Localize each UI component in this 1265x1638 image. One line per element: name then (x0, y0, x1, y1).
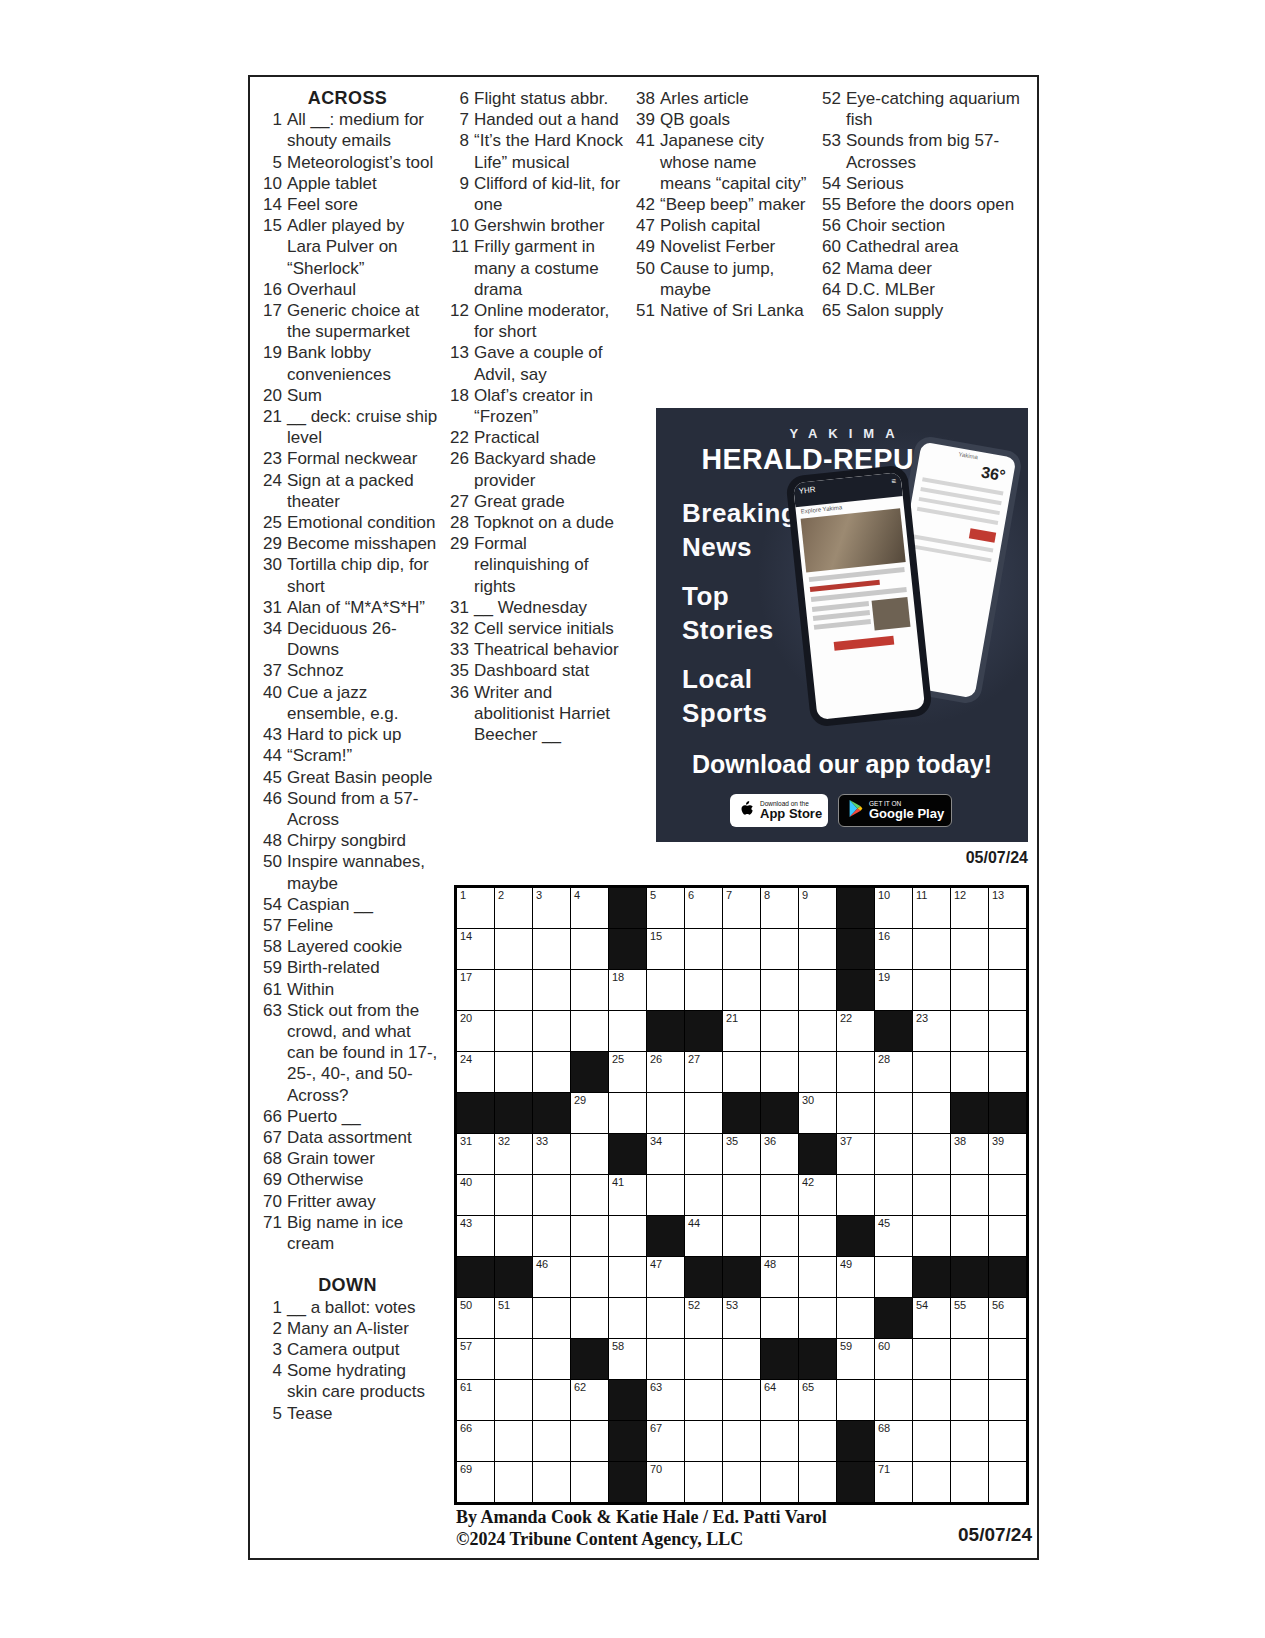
grid-cell-r15c6[interactable]: 70 (647, 1462, 684, 1502)
grid-cell-r5c8[interactable] (723, 1052, 760, 1092)
grid-cell-r12c12[interactable]: 60 (875, 1339, 912, 1379)
grid-cell-r8c14[interactable] (951, 1175, 988, 1215)
grid-cell-r10c11[interactable]: 49 (837, 1257, 874, 1297)
grid-cell-r15c13[interactable] (913, 1462, 950, 1502)
clue-number: 45 (255, 767, 287, 788)
grid-cell-r12c15[interactable] (989, 1339, 1026, 1379)
grid-cell-r7c15[interactable]: 39 (989, 1134, 1026, 1174)
grid-cell-r8c5[interactable]: 41 (609, 1175, 646, 1215)
cell-number: 71 (878, 1463, 890, 1475)
grid-cell-r8c4[interactable] (571, 1175, 608, 1215)
clue-item-23: 23Formal neckwear (255, 448, 440, 469)
grid-cell-r7c4[interactable] (571, 1134, 608, 1174)
grid-cell-r9c9[interactable] (761, 1216, 798, 1256)
grid-cell-r13c9[interactable]: 64 (761, 1380, 798, 1420)
grid-cell-r9c12[interactable]: 45 (875, 1216, 912, 1256)
clue-number: 42 (628, 194, 660, 215)
grid-cell-r10c4[interactable] (571, 1257, 608, 1297)
grid-cell-r9c10[interactable] (799, 1216, 836, 1256)
grid-cell-r3c7[interactable] (685, 970, 722, 1010)
grid-cell-r2c4[interactable] (571, 929, 608, 969)
grid-cell-r14c1[interactable]: 66 (457, 1421, 494, 1461)
grid-cell-r2c12[interactable]: 16 (875, 929, 912, 969)
grid-cell-r10c5[interactable] (609, 1257, 646, 1297)
grid-cell-r8c1[interactable]: 40 (457, 1175, 494, 1215)
clue-number: 21 (255, 406, 287, 448)
grid-cell-r5c13[interactable] (913, 1052, 950, 1092)
grid-cell-r7c11[interactable]: 37 (837, 1134, 874, 1174)
grid-cell-r11c15[interactable]: 56 (989, 1298, 1026, 1338)
block-cell-r12c4 (571, 1339, 608, 1379)
clue-text: Data assortment (287, 1127, 440, 1148)
grid-cell-r6c11[interactable] (837, 1093, 874, 1133)
cell-number: 4 (574, 889, 580, 901)
grid-cell-r14c10[interactable] (799, 1421, 836, 1461)
clue-number: 34 (255, 618, 287, 660)
grid-cell-r2c14[interactable] (951, 929, 988, 969)
clue-item-28: 28Topknot on a dude (442, 512, 627, 533)
clue-text: Hard to pick up (287, 724, 440, 745)
clue-item-2: 2Many an A-lister (255, 1318, 440, 1339)
grid-cell-r3c6[interactable] (647, 970, 684, 1010)
cell-number: 52 (688, 1299, 700, 1311)
clue-item-44: 44“Scram!” (255, 745, 440, 766)
clue-item-10: 10Apple tablet (255, 173, 440, 194)
ad-kicker-yakima: YAKIMA (656, 426, 1028, 441)
clue-number: 62 (814, 258, 846, 279)
grid-cell-r14c7[interactable] (685, 1421, 722, 1461)
grid-cell-r5c14[interactable] (951, 1052, 988, 1092)
grid-cell-r4c15[interactable] (989, 1011, 1026, 1051)
grid-cell-r4c11[interactable]: 22 (837, 1011, 874, 1051)
grid-cell-r15c10[interactable] (799, 1462, 836, 1502)
cell-number: 22 (840, 1012, 852, 1024)
grid-cell-r1c7[interactable]: 6 (685, 888, 722, 928)
clue-number: 15 (255, 215, 287, 279)
grid-cell-r1c10[interactable]: 9 (799, 888, 836, 928)
grid-cell-r15c14[interactable] (951, 1462, 988, 1502)
grid-cell-r2c15[interactable] (989, 929, 1026, 969)
grid-cell-r3c14[interactable] (951, 970, 988, 1010)
grid-cell-r5c1[interactable]: 24 (457, 1052, 494, 1092)
clue-text: Writer and abolitionist Harriet Beecher … (474, 682, 627, 746)
grid-cell-r8c2[interactable] (495, 1175, 532, 1215)
clue-item-54: 54Caspian __ (255, 894, 440, 915)
grid-cell-r14c9[interactable] (761, 1421, 798, 1461)
grid-cell-r9c8[interactable] (723, 1216, 760, 1256)
grid-cell-r8c15[interactable] (989, 1175, 1026, 1215)
clue-number: 27 (442, 491, 474, 512)
clue-number: 17 (255, 300, 287, 342)
grid-cell-r1c3[interactable]: 3 (533, 888, 570, 928)
grid-cell-r12c11[interactable]: 59 (837, 1339, 874, 1379)
grid-cell-r1c9[interactable]: 8 (761, 888, 798, 928)
grid-cell-r14c12[interactable]: 68 (875, 1421, 912, 1461)
grid-cell-r3c1[interactable]: 17 (457, 970, 494, 1010)
grid-cell-r4c13[interactable]: 23 (913, 1011, 950, 1051)
grid-cell-r1c12[interactable]: 10 (875, 888, 912, 928)
grid-cell-r7c6[interactable]: 34 (647, 1134, 684, 1174)
grid-cell-r13c6[interactable]: 63 (647, 1380, 684, 1420)
grid-cell-r15c1[interactable]: 69 (457, 1462, 494, 1502)
grid-cell-r1c4[interactable]: 4 (571, 888, 608, 928)
block-cell-r4c6 (647, 1011, 684, 1051)
grid-cell-r3c12[interactable]: 19 (875, 970, 912, 1010)
clue-text: Choir section (846, 215, 1020, 236)
clue-item-67: 67Data assortment (255, 1127, 440, 1148)
grid-cell-r14c3[interactable] (533, 1421, 570, 1461)
grid-cell-r1c2[interactable]: 2 (495, 888, 532, 928)
clue-item-61: 61Within (255, 979, 440, 1000)
grid-cell-r3c10[interactable] (799, 970, 836, 1010)
block-cell-r10c1 (457, 1257, 494, 1297)
grid-cell-r1c1[interactable]: 1 (457, 888, 494, 928)
grid-cell-r11c11[interactable] (837, 1298, 874, 1338)
grid-cell-r5c7[interactable]: 27 (685, 1052, 722, 1092)
clue-item-56: 56Choir section (814, 215, 1020, 236)
grid-cell-r11c3[interactable] (533, 1298, 570, 1338)
grid-cell-r8c6[interactable] (647, 1175, 684, 1215)
cell-number: 38 (954, 1135, 966, 1147)
cell-number: 41 (612, 1176, 624, 1188)
grid-cell-r15c4[interactable] (571, 1462, 608, 1502)
grid-cell-r5c6[interactable]: 26 (647, 1052, 684, 1092)
grid-cell-r10c12[interactable] (875, 1257, 912, 1297)
grid-cell-r12c13[interactable] (913, 1339, 950, 1379)
grid-cell-r14c6[interactable]: 67 (647, 1421, 684, 1461)
clue-text: Cell service initials (474, 618, 627, 639)
grid-cell-r11c7[interactable]: 52 (685, 1298, 722, 1338)
grid-cell-r15c8[interactable] (723, 1462, 760, 1502)
grid-cell-r9c4[interactable] (571, 1216, 608, 1256)
grid-cell-r13c12[interactable] (875, 1380, 912, 1420)
grid-cell-r7c2[interactable]: 32 (495, 1134, 532, 1174)
grid-cell-r8c10[interactable]: 42 (799, 1175, 836, 1215)
grid-cell-r8c12[interactable] (875, 1175, 912, 1215)
grid-cell-r9c2[interactable] (495, 1216, 532, 1256)
cell-number: 8 (764, 889, 770, 901)
clue-number: 2 (255, 1318, 287, 1339)
crossword-grid: 1234567891011121314151617181920212223242… (454, 885, 1029, 1505)
clue-number: 61 (255, 979, 287, 1000)
block-cell-r15c5 (609, 1462, 646, 1502)
grid-cell-r4c14[interactable] (951, 1011, 988, 1051)
clue-text: Chirpy songbird (287, 830, 440, 851)
grid-cell-r5c10[interactable] (799, 1052, 836, 1092)
news-thumb-block (871, 597, 910, 631)
grid-cell-r9c3[interactable] (533, 1216, 570, 1256)
menu-icon: ≡ (891, 476, 898, 494)
grid-cell-r8c3[interactable] (533, 1175, 570, 1215)
clue-item-63: 63Stick out from the crowd, and what can… (255, 1000, 440, 1106)
grid-cell-r4c10[interactable] (799, 1011, 836, 1051)
grid-cell-r3c15[interactable] (989, 970, 1026, 1010)
grid-cell-r13c7[interactable] (685, 1380, 722, 1420)
clue-item-71: 71Big name in ice cream (255, 1212, 440, 1254)
clue-item-48: 48Chirpy songbird (255, 830, 440, 851)
grid-cell-r13c15[interactable] (989, 1380, 1026, 1420)
grid-cell-r2c2[interactable] (495, 929, 532, 969)
clue-number: 10 (442, 215, 474, 236)
grid-cell-r12c2[interactable] (495, 1339, 532, 1379)
grid-cell-r2c1[interactable]: 14 (457, 929, 494, 969)
grid-cell-r2c7[interactable] (685, 929, 722, 969)
grid-cell-r15c15[interactable] (989, 1462, 1026, 1502)
grid-cell-r1c13[interactable]: 11 (913, 888, 950, 928)
grid-cell-r6c12[interactable] (875, 1093, 912, 1133)
grid-cell-r13c1[interactable]: 61 (457, 1380, 494, 1420)
grid-cell-r9c15[interactable] (989, 1216, 1026, 1256)
clue-text: Tease (287, 1403, 440, 1424)
clue-item-33: 33Theatrical behavior (442, 639, 627, 660)
grid-cell-r11c9[interactable] (761, 1298, 798, 1338)
clue-number: 14 (255, 194, 287, 215)
clue-spacer (255, 1254, 440, 1275)
grid-cell-r12c1[interactable]: 57 (457, 1339, 494, 1379)
grid-cell-r11c8[interactable]: 53 (723, 1298, 760, 1338)
block-cell-r5c4 (571, 1052, 608, 1092)
grid-cell-r4c9[interactable] (761, 1011, 798, 1051)
grid-cell-r2c9[interactable] (761, 929, 798, 969)
grid-cell-r14c13[interactable] (913, 1421, 950, 1461)
cell-number: 57 (460, 1340, 472, 1352)
grid-cell-r7c13[interactable] (913, 1134, 950, 1174)
grid-cell-r11c6[interactable] (647, 1298, 684, 1338)
grid-cell-r7c12[interactable] (875, 1134, 912, 1174)
clue-text: Handed out a hand (474, 109, 627, 130)
grid-cell-r14c15[interactable] (989, 1421, 1026, 1461)
grid-cell-r5c15[interactable] (989, 1052, 1026, 1092)
clue-number: 23 (255, 448, 287, 469)
clue-item-70: 70Fritter away (255, 1191, 440, 1212)
clue-number: 59 (255, 957, 287, 978)
grid-cell-r3c3[interactable] (533, 970, 570, 1010)
grid-cell-r14c8[interactable] (723, 1421, 760, 1461)
cell-number: 18 (612, 971, 624, 983)
grid-cell-r9c14[interactable] (951, 1216, 988, 1256)
clue-text: Camera output (287, 1339, 440, 1360)
grid-cell-r9c1[interactable]: 43 (457, 1216, 494, 1256)
grid-cell-r11c13[interactable]: 54 (913, 1298, 950, 1338)
grid-cell-r12c7[interactable] (685, 1339, 722, 1379)
clue-text: Formal neckwear (287, 448, 440, 469)
clue-number: 69 (255, 1169, 287, 1190)
grid-cell-r6c5[interactable] (609, 1093, 646, 1133)
clue-item-1: 1__ a ballot: votes (255, 1297, 440, 1318)
block-cell-r10c2 (495, 1257, 532, 1297)
clue-item-40: 40Cue a jazz ensemble, e.g. (255, 682, 440, 724)
clue-text: Cue a jazz ensemble, e.g. (287, 682, 440, 724)
clue-number: 29 (255, 533, 287, 554)
clue-number: 50 (628, 258, 660, 300)
grid-cell-r11c10[interactable] (799, 1298, 836, 1338)
clue-text: Feline (287, 915, 440, 936)
clue-number: 16 (255, 279, 287, 300)
block-cell-r3c11 (837, 970, 874, 1010)
clue-number: 3 (255, 1339, 287, 1360)
grid-cell-r2c3[interactable] (533, 929, 570, 969)
grid-cell-r11c1[interactable]: 50 (457, 1298, 494, 1338)
grid-cell-r11c2[interactable]: 51 (495, 1298, 532, 1338)
grid-cell-r1c15[interactable]: 13 (989, 888, 1026, 928)
clue-item-15: 15Adler played by Lara Pulver on “Sherlo… (255, 215, 440, 279)
grid-cell-r4c1[interactable]: 20 (457, 1011, 494, 1051)
clue-item-31: 31Alan of “M*A*S*H” (255, 597, 440, 618)
block-cell-r13c5 (609, 1380, 646, 1420)
grid-cell-r15c7[interactable] (685, 1462, 722, 1502)
clue-text: Practical (474, 427, 627, 448)
cell-number: 12 (954, 889, 966, 901)
block-cell-r4c7 (685, 1011, 722, 1051)
grid-cell-r12c8[interactable] (723, 1339, 760, 1379)
grid-cell-r14c2[interactable] (495, 1421, 532, 1461)
grid-cell-r8c13[interactable] (913, 1175, 950, 1215)
cell-number: 58 (612, 1340, 624, 1352)
grid-cell-r4c2[interactable] (495, 1011, 532, 1051)
grid-cell-r8c11[interactable] (837, 1175, 874, 1215)
clue-number: 24 (255, 470, 287, 512)
clue-text: Dashboard stat (474, 660, 627, 681)
grid-cell-r8c8[interactable] (723, 1175, 760, 1215)
clue-number: 67 (255, 1127, 287, 1148)
clue-item-65: 65Salon supply (814, 300, 1020, 321)
grid-cell-r4c8[interactable]: 21 (723, 1011, 760, 1051)
cell-number: 33 (536, 1135, 548, 1147)
grid-cell-r2c6[interactable]: 15 (647, 929, 684, 969)
grid-cell-r4c3[interactable] (533, 1011, 570, 1051)
grid-cell-r1c14[interactable]: 12 (951, 888, 988, 928)
grid-cell-r13c4[interactable]: 62 (571, 1380, 608, 1420)
grid-cell-r12c6[interactable] (647, 1339, 684, 1379)
grid-cell-r5c12[interactable]: 28 (875, 1052, 912, 1092)
grid-cell-r8c9[interactable] (761, 1175, 798, 1215)
clue-text: Clifford of kid-lit, for one (474, 173, 627, 215)
grid-cell-r8c7[interactable] (685, 1175, 722, 1215)
grid-cell-r3c13[interactable] (913, 970, 950, 1010)
clue-number: 31 (255, 597, 287, 618)
grid-cell-r12c3[interactable] (533, 1339, 570, 1379)
grid-cell-r11c14[interactable]: 55 (951, 1298, 988, 1338)
grid-cell-r13c2[interactable] (495, 1380, 532, 1420)
cell-number: 28 (878, 1053, 890, 1065)
block-cell-r4c12 (875, 1011, 912, 1051)
grid-cell-r14c4[interactable] (571, 1421, 608, 1461)
clue-text: __ a ballot: votes (287, 1297, 440, 1318)
cell-number: 69 (460, 1463, 472, 1475)
grid-cell-r6c13[interactable] (913, 1093, 950, 1133)
cell-number: 24 (460, 1053, 472, 1065)
clue-item-11: 11Frilly garment in many a costume drama (442, 236, 627, 300)
grid-cell-r4c4[interactable] (571, 1011, 608, 1051)
clue-text: Cause to jump, maybe (660, 258, 811, 300)
grid-cell-r13c8[interactable] (723, 1380, 760, 1420)
grid-cell-r6c10[interactable]: 30 (799, 1093, 836, 1133)
grid-cell-r2c8[interactable] (723, 929, 760, 969)
grid-cell-r2c10[interactable] (799, 929, 836, 969)
grid-cell-r5c2[interactable] (495, 1052, 532, 1092)
grid-cell-r7c14[interactable]: 38 (951, 1134, 988, 1174)
app-store-badge[interactable]: Download on the App Store (730, 794, 828, 827)
grid-cell-r3c5[interactable]: 18 (609, 970, 646, 1010)
block-cell-r10c14 (951, 1257, 988, 1297)
block-cell-r7c5 (609, 1134, 646, 1174)
cell-number: 14 (460, 930, 472, 942)
grid-cell-r6c4[interactable]: 29 (571, 1093, 608, 1133)
grid-cell-r10c3[interactable]: 46 (533, 1257, 570, 1297)
grid-cell-r1c8[interactable]: 7 (723, 888, 760, 928)
grid-cell-r9c7[interactable]: 44 (685, 1216, 722, 1256)
clue-item-46: 46Sound from a 57-Across (255, 788, 440, 830)
grid-cell-r13c10[interactable]: 65 (799, 1380, 836, 1420)
clue-text: Big name in ice cream (287, 1212, 440, 1254)
grid-cell-r15c3[interactable] (533, 1462, 570, 1502)
clue-column-3: 38Arles article39QB goals41Japanese city… (628, 88, 811, 321)
clue-number: 65 (814, 300, 846, 321)
grid-cell-r1c6[interactable]: 5 (647, 888, 684, 928)
grid-cell-r3c2[interactable] (495, 970, 532, 1010)
grid-cell-r7c7[interactable] (685, 1134, 722, 1174)
grid-cell-r7c9[interactable]: 36 (761, 1134, 798, 1174)
grid-cell-r5c9[interactable] (761, 1052, 798, 1092)
cell-number: 39 (992, 1135, 1004, 1147)
grid-cell-r12c5[interactable]: 58 (609, 1339, 646, 1379)
grid-cell-r6c7[interactable] (685, 1093, 722, 1133)
grid-cell-r11c5[interactable] (609, 1298, 646, 1338)
google-play-badge[interactable]: GET IT ON Google Play (838, 794, 952, 827)
cell-number: 70 (650, 1463, 662, 1475)
grid-cell-r15c12[interactable]: 71 (875, 1462, 912, 1502)
grid-cell-r15c9[interactable] (761, 1462, 798, 1502)
grid-cell-r15c2[interactable] (495, 1462, 532, 1502)
clue-number: 48 (255, 830, 287, 851)
grid-cell-r2c13[interactable] (913, 929, 950, 969)
grid-cell-r3c9[interactable] (761, 970, 798, 1010)
grid-cell-r3c8[interactable] (723, 970, 760, 1010)
clue-item-21: 21__ deck: cruise ship level (255, 406, 440, 448)
cell-number: 43 (460, 1217, 472, 1229)
grid-cell-r10c9[interactable]: 48 (761, 1257, 798, 1297)
grid-cell-r5c3[interactable] (533, 1052, 570, 1092)
grid-cell-r13c13[interactable] (913, 1380, 950, 1420)
grid-cell-r11c4[interactable] (571, 1298, 608, 1338)
clue-number: 71 (255, 1212, 287, 1254)
clue-text: Mama deer (846, 258, 1020, 279)
grid-cell-r13c14[interactable] (951, 1380, 988, 1420)
grid-cell-r7c3[interactable]: 33 (533, 1134, 570, 1174)
grid-cell-r10c10[interactable] (799, 1257, 836, 1297)
grid-cell-r3c4[interactable] (571, 970, 608, 1010)
grid-cell-r7c8[interactable]: 35 (723, 1134, 760, 1174)
grid-cell-r7c1[interactable]: 31 (457, 1134, 494, 1174)
grid-cell-r12c14[interactable] (951, 1339, 988, 1379)
grid-cell-r6c6[interactable] (647, 1093, 684, 1133)
cell-number: 60 (878, 1340, 890, 1352)
clue-number: 47 (628, 215, 660, 236)
clue-item-55: 55Before the doors open (814, 194, 1020, 215)
grid-cell-r5c11[interactable] (837, 1052, 874, 1092)
grid-cell-r10c6[interactable]: 47 (647, 1257, 684, 1297)
grid-cell-r4c5[interactable] (609, 1011, 646, 1051)
clue-number: 10 (255, 173, 287, 194)
grid-cell-r13c3[interactable] (533, 1380, 570, 1420)
grid-cell-r9c5[interactable] (609, 1216, 646, 1256)
grid-cell-r13c11[interactable] (837, 1380, 874, 1420)
grid-cell-r9c13[interactable] (913, 1216, 950, 1256)
grid-cell-r14c14[interactable] (951, 1421, 988, 1461)
cell-number: 5 (650, 889, 656, 901)
grid-cell-r5c5[interactable]: 25 (609, 1052, 646, 1092)
clue-number: 55 (814, 194, 846, 215)
